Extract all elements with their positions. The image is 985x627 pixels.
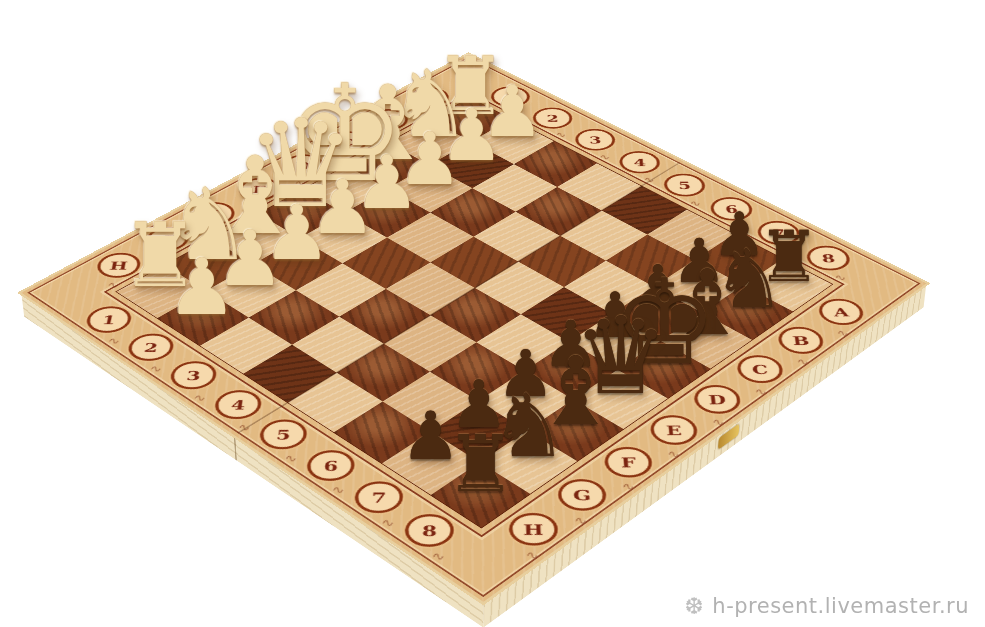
rank-medallion: 1 xyxy=(492,86,531,106)
file-medallion: F xyxy=(191,202,236,225)
square-f6[interactable] xyxy=(430,343,523,401)
file-medallion: A xyxy=(409,87,448,107)
file-medallion: H xyxy=(95,253,142,278)
rank-medallion: 2 xyxy=(533,107,573,128)
watermark: ❆ h-present.livemaster.ru xyxy=(685,593,969,619)
file-medallion: D xyxy=(282,154,324,176)
brass-latch-icon xyxy=(718,423,739,449)
box-fold-gap xyxy=(234,435,237,461)
rank-medallion: 6 xyxy=(709,197,753,220)
rank-medallion: 7 xyxy=(757,221,803,245)
rank-medallion: 4 xyxy=(619,151,661,173)
file-medallion: B xyxy=(368,109,408,130)
square-g5[interactable] xyxy=(337,344,431,402)
snowflake-icon: ❆ xyxy=(685,593,705,619)
file-medallion: G xyxy=(144,227,190,251)
rank-medallion: 5 xyxy=(664,174,707,197)
rank-medallion: 8 xyxy=(805,245,852,270)
file-medallion: C xyxy=(325,131,366,153)
rank-medallion: 3 xyxy=(575,129,616,151)
square-f7[interactable] xyxy=(478,371,573,431)
watermark-text: h-present.livemaster.ru xyxy=(712,594,969,618)
square-e7[interactable] xyxy=(524,342,617,400)
playing-area xyxy=(115,97,833,528)
file-medallion: E xyxy=(237,178,281,201)
product-photo-scene: 12345678 12345678 ABCDEFGH ABCDEFGH ♜♞♝♚… xyxy=(0,0,985,627)
square-f5[interactable] xyxy=(384,315,476,371)
chess-board-box: 12345678 12345678 ABCDEFGH ABCDEFGH xyxy=(21,54,926,602)
